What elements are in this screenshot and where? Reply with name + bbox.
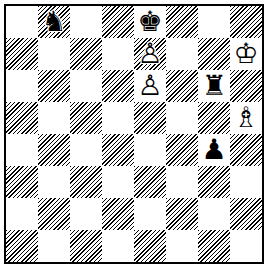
square-b3[interactable] <box>38 166 70 198</box>
black-pawn[interactable]: ♟♟ <box>198 134 230 166</box>
square-e5[interactable] <box>134 102 166 134</box>
piece-glyph: ♗ <box>233 101 258 134</box>
square-c7[interactable] <box>70 38 102 70</box>
square-g3[interactable] <box>198 166 230 198</box>
square-d6[interactable] <box>102 70 134 102</box>
square-f4[interactable] <box>166 134 198 166</box>
square-f2[interactable] <box>166 198 198 230</box>
square-b7[interactable] <box>38 38 70 70</box>
square-e4[interactable] <box>134 134 166 166</box>
white-pawn[interactable]: ♟♙ <box>134 38 166 70</box>
chess-diagram: ♞♞♚♚♟♙♚♔♟♙♜♜♝♗♟♟ <box>0 0 268 268</box>
square-c4[interactable] <box>70 134 102 166</box>
black-knight[interactable]: ♞♞ <box>38 6 70 38</box>
square-e7[interactable]: ♟♙ <box>134 38 166 70</box>
square-f6[interactable] <box>166 70 198 102</box>
square-f3[interactable] <box>166 166 198 198</box>
board-frame: ♞♞♚♚♟♙♚♔♟♙♜♜♝♗♟♟ <box>4 4 264 264</box>
square-d5[interactable] <box>102 102 134 134</box>
square-f7[interactable] <box>166 38 198 70</box>
square-h6[interactable] <box>230 70 262 102</box>
square-g8[interactable] <box>198 6 230 38</box>
square-h7[interactable]: ♚♔ <box>230 38 262 70</box>
square-d2[interactable] <box>102 198 134 230</box>
square-f1[interactable] <box>166 230 198 262</box>
square-g1[interactable] <box>198 230 230 262</box>
piece-glyph: ♟ <box>201 133 226 166</box>
chess-board: ♞♞♚♚♟♙♚♔♟♙♜♜♝♗♟♟ <box>6 6 262 262</box>
piece-glyph: ♙ <box>137 69 162 102</box>
piece-glyph: ♔ <box>233 37 258 70</box>
square-b6[interactable] <box>38 70 70 102</box>
square-a7[interactable] <box>6 38 38 70</box>
black-rook[interactable]: ♜♜ <box>198 70 230 102</box>
square-e2[interactable] <box>134 198 166 230</box>
square-h1[interactable] <box>230 230 262 262</box>
square-d8[interactable] <box>102 6 134 38</box>
square-g6[interactable]: ♜♜ <box>198 70 230 102</box>
square-g2[interactable] <box>198 198 230 230</box>
square-d3[interactable] <box>102 166 134 198</box>
square-b4[interactable] <box>38 134 70 166</box>
square-g4[interactable]: ♟♟ <box>198 134 230 166</box>
square-a2[interactable] <box>6 198 38 230</box>
square-e8[interactable]: ♚♚ <box>134 6 166 38</box>
square-h8[interactable] <box>230 6 262 38</box>
square-h4[interactable] <box>230 134 262 166</box>
square-f8[interactable] <box>166 6 198 38</box>
square-h3[interactable] <box>230 166 262 198</box>
square-b8[interactable]: ♞♞ <box>38 6 70 38</box>
square-g7[interactable] <box>198 38 230 70</box>
square-c6[interactable] <box>70 70 102 102</box>
square-c3[interactable] <box>70 166 102 198</box>
square-d1[interactable] <box>102 230 134 262</box>
square-b1[interactable] <box>38 230 70 262</box>
square-f5[interactable] <box>166 102 198 134</box>
square-e1[interactable] <box>134 230 166 262</box>
square-b2[interactable] <box>38 198 70 230</box>
square-a3[interactable] <box>6 166 38 198</box>
piece-glyph: ♞ <box>41 5 66 38</box>
square-d4[interactable] <box>102 134 134 166</box>
square-h5[interactable]: ♝♗ <box>230 102 262 134</box>
square-b5[interactable] <box>38 102 70 134</box>
square-a5[interactable] <box>6 102 38 134</box>
square-g5[interactable] <box>198 102 230 134</box>
square-e6[interactable]: ♟♙ <box>134 70 166 102</box>
black-king[interactable]: ♚♚ <box>134 6 166 38</box>
square-h2[interactable] <box>230 198 262 230</box>
square-a8[interactable] <box>6 6 38 38</box>
square-d7[interactable] <box>102 38 134 70</box>
piece-glyph: ♜ <box>201 69 226 102</box>
square-c1[interactable] <box>70 230 102 262</box>
square-a6[interactable] <box>6 70 38 102</box>
white-pawn[interactable]: ♟♙ <box>134 70 166 102</box>
square-c5[interactable] <box>70 102 102 134</box>
square-c8[interactable] <box>70 6 102 38</box>
square-a4[interactable] <box>6 134 38 166</box>
piece-glyph: ♙ <box>137 37 162 70</box>
white-bishop[interactable]: ♝♗ <box>230 102 262 134</box>
white-king[interactable]: ♚♔ <box>230 38 262 70</box>
square-e3[interactable] <box>134 166 166 198</box>
piece-glyph: ♚ <box>137 5 162 38</box>
square-c2[interactable] <box>70 198 102 230</box>
square-a1[interactable] <box>6 230 38 262</box>
